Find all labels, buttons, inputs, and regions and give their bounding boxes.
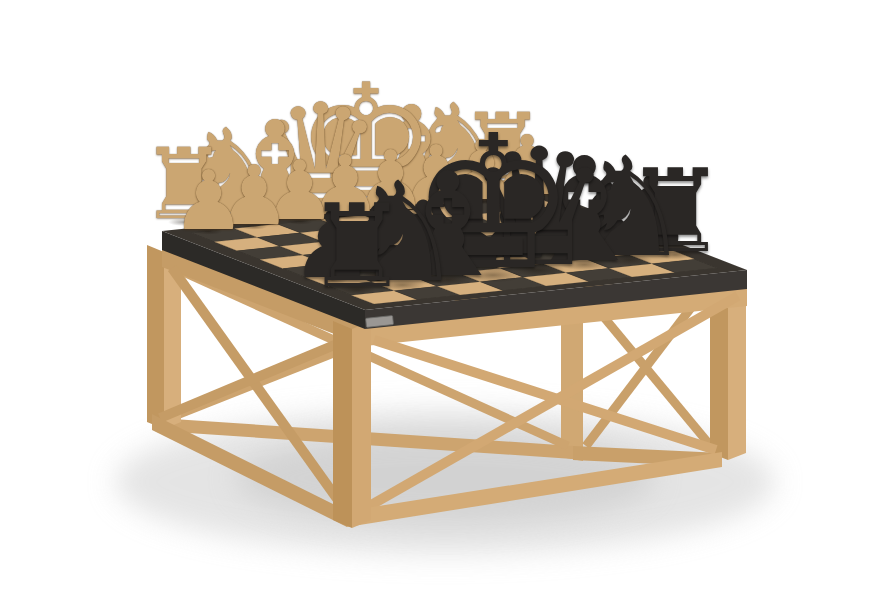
table-front-leg-left-face: [333, 321, 352, 528]
chess-table-photo: ♜♞♝♛♚♝♞♜♟♟♟♟♟♟♟♟♟♟♟♟♟♟♟♟♜♞♝♚♛♝♞♜: [0, 0, 896, 597]
table-xbrace-front-left-2: [160, 336, 356, 418]
table-front-leg-right-face: [352, 321, 371, 528]
table-left-leg-front: [147, 245, 164, 429]
